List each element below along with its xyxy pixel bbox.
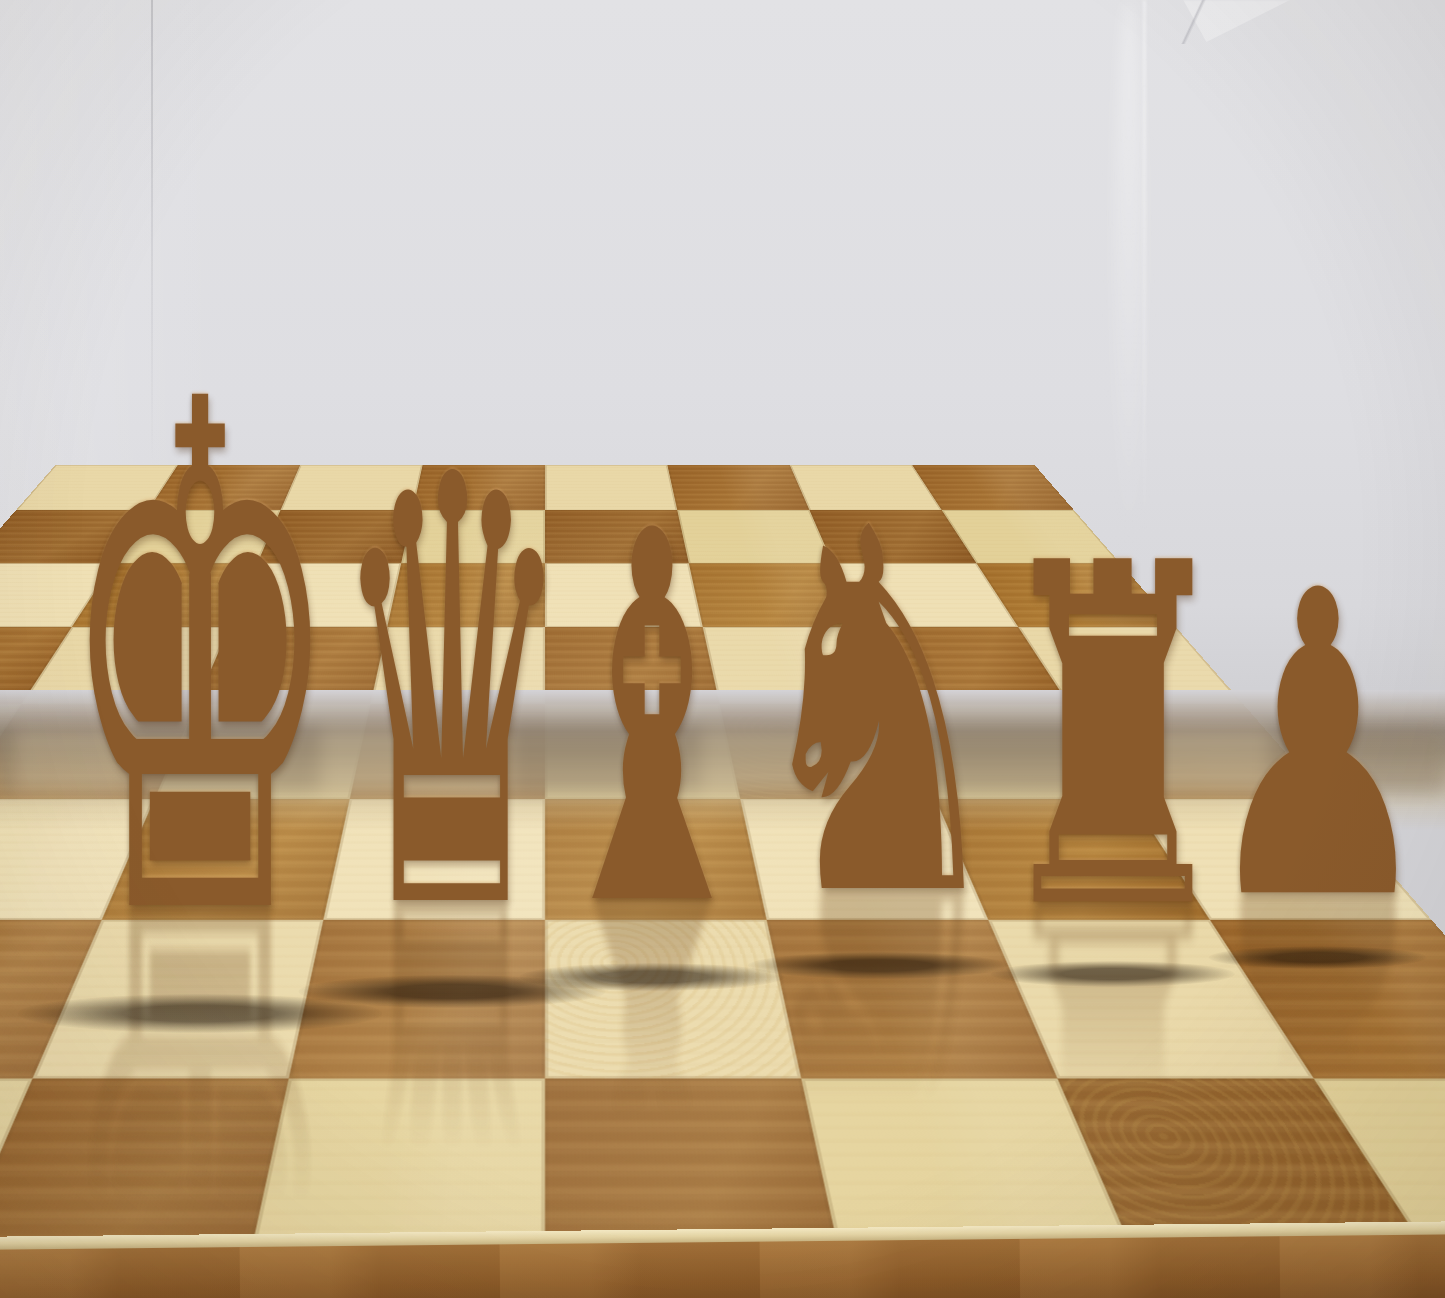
pawn-glyph: ♟ bbox=[1201, 537, 1434, 957]
backdrop-fold-crease-edge bbox=[1178, 0, 1208, 44]
photo-scene: ♚ ♚ ♛ ♛ ♝ ♝ ♞ ♞ ♜ ♜ ♟ ♟ bbox=[0, 0, 1445, 1298]
bishop-glyph: ♝ bbox=[538, 467, 767, 977]
smoke-wisp-line bbox=[1143, 0, 1146, 540]
knight-glyph: ♞ bbox=[744, 465, 1013, 965]
king-glyph: ♚ bbox=[59, 313, 341, 1013]
